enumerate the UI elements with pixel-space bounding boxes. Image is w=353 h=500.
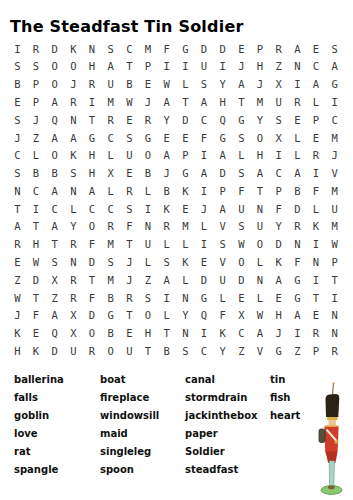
grid-cell-r4c13[interactable]: T	[232, 93, 251, 111]
grid-cell-r2c11[interactable]: U	[195, 58, 214, 76]
grid-cell-r15c9[interactable]: I	[157, 289, 176, 307]
grid-cell-r15c6[interactable]: B	[101, 289, 120, 307]
grid-cell-r10c17[interactable]: L	[307, 200, 326, 218]
grid-cell-r5c1[interactable]: S	[8, 111, 27, 129]
grid-cell-r4c3[interactable]: A	[45, 93, 64, 111]
grid-cell-r17c18[interactable]: N	[325, 324, 344, 342]
grid-cell-r9c14[interactable]: T	[251, 182, 270, 200]
grid-cell-r14c4[interactable]: R	[64, 271, 83, 289]
grid-cell-r3c8[interactable]: E	[139, 76, 158, 94]
grid-cell-r16c1[interactable]: J	[8, 307, 27, 325]
grid-cell-r6c11[interactable]: F	[195, 129, 214, 147]
grid-cell-r2c16[interactable]: N	[288, 58, 307, 76]
grid-cell-r5c18[interactable]: C	[325, 111, 344, 129]
grid-cell-r8c16[interactable]: A	[288, 164, 307, 182]
grid-cell-r9c11[interactable]: I	[195, 182, 214, 200]
grid-cell-r11c12[interactable]: V	[213, 218, 232, 236]
grid-cell-r6c17[interactable]: E	[307, 129, 326, 147]
grid-cell-r12c10[interactable]: L	[176, 236, 195, 254]
grid-cell-r8c15[interactable]: C	[269, 164, 288, 182]
grid-cell-r5c2[interactable]: J	[27, 111, 46, 129]
grid-cell-r12c3[interactable]: T	[45, 236, 64, 254]
grid-cell-r10c13[interactable]: U	[232, 200, 251, 218]
grid-cell-r11c4[interactable]: Y	[64, 218, 83, 236]
grid-cell-r5c13[interactable]: G	[232, 111, 251, 129]
grid-cell-r18c8[interactable]: T	[139, 342, 158, 360]
grid-cell-r11c17[interactable]: K	[307, 218, 326, 236]
grid-cell-r1c9[interactable]: F	[157, 40, 176, 58]
grid-cell-r1c3[interactable]: D	[45, 40, 64, 58]
grid-cell-r2c5[interactable]: H	[83, 58, 102, 76]
grid-cell-r17c10[interactable]: N	[176, 324, 195, 342]
grid-cell-r14c13[interactable]: D	[232, 271, 251, 289]
grid-cell-r16c18[interactable]: N	[325, 307, 344, 325]
grid-cell-r10c8[interactable]: I	[139, 200, 158, 218]
grid-cell-r12c12[interactable]: S	[213, 236, 232, 254]
grid-cell-r1c15[interactable]: R	[269, 40, 288, 58]
grid-cell-r17c14[interactable]: A	[251, 324, 270, 342]
grid-cell-r1c5[interactable]: N	[83, 40, 102, 58]
grid-cell-r13c13[interactable]: O	[232, 253, 251, 271]
grid-cell-r13c17[interactable]: N	[307, 253, 326, 271]
grid-cell-r6c14[interactable]: O	[251, 129, 270, 147]
grid-cell-r15c18[interactable]: I	[325, 289, 344, 307]
grid-cell-r9c12[interactable]: P	[213, 182, 232, 200]
grid-cell-r8c4[interactable]: S	[64, 164, 83, 182]
grid-cell-r8c6[interactable]: X	[101, 164, 120, 182]
grid-cell-r8c3[interactable]: B	[45, 164, 64, 182]
grid-cell-r9c18[interactable]: M	[325, 182, 344, 200]
grid-cell-r1c14[interactable]: P	[251, 40, 270, 58]
grid-cell-r5c7[interactable]: E	[120, 111, 139, 129]
grid-cell-r2c17[interactable]: C	[307, 58, 326, 76]
grid-cell-r17c13[interactable]: C	[232, 324, 251, 342]
grid-cell-r5c6[interactable]: R	[101, 111, 120, 129]
grid-cell-r2c6[interactable]: A	[101, 58, 120, 76]
grid-cell-r4c18[interactable]: I	[325, 93, 344, 111]
grid-cell-r16c7[interactable]: T	[120, 307, 139, 325]
grid-cell-r3c1[interactable]: B	[8, 76, 27, 94]
grid-cell-r1c2[interactable]: R	[27, 40, 46, 58]
grid-cell-r15c7[interactable]: R	[120, 289, 139, 307]
grid-cell-r18c17[interactable]: P	[307, 342, 326, 360]
grid-cell-r4c6[interactable]: M	[101, 93, 120, 111]
grid-cell-r18c18[interactable]: R	[325, 342, 344, 360]
grid-cell-r13c3[interactable]: S	[45, 253, 64, 271]
grid-cell-r4c7[interactable]: W	[120, 93, 139, 111]
grid-cell-r10c18[interactable]: U	[325, 200, 344, 218]
grid-cell-r6c16[interactable]: L	[288, 129, 307, 147]
grid-cell-r13c4[interactable]: N	[64, 253, 83, 271]
grid-cell-r8c10[interactable]: G	[176, 164, 195, 182]
grid-cell-r15c3[interactable]: Z	[45, 289, 64, 307]
grid-cell-r16c15[interactable]: H	[269, 307, 288, 325]
grid-cell-r2c3[interactable]: O	[45, 58, 64, 76]
grid-cell-r1c10[interactable]: G	[176, 40, 195, 58]
grid-cell-r15c1[interactable]: W	[8, 289, 27, 307]
grid-cell-r2c10[interactable]: I	[176, 58, 195, 76]
grid-cell-r1c6[interactable]: S	[101, 40, 120, 58]
grid-cell-r7c15[interactable]: I	[269, 147, 288, 165]
grid-cell-r17c4[interactable]: X	[64, 324, 83, 342]
grid-cell-r17c9[interactable]: T	[157, 324, 176, 342]
grid-cell-r10c6[interactable]: C	[101, 200, 120, 218]
grid-cell-r17c11[interactable]: I	[195, 324, 214, 342]
grid-cell-r12c11[interactable]: I	[195, 236, 214, 254]
grid-cell-r16c13[interactable]: X	[232, 307, 251, 325]
grid-cell-r3c11[interactable]: S	[195, 76, 214, 94]
grid-cell-r9c7[interactable]: R	[120, 182, 139, 200]
grid-cell-r10c14[interactable]: N	[251, 200, 270, 218]
grid-cell-r10c11[interactable]: J	[195, 200, 214, 218]
grid-cell-r8c11[interactable]: A	[195, 164, 214, 182]
grid-cell-r9c8[interactable]: L	[139, 182, 158, 200]
grid-cell-r14c17[interactable]: I	[307, 271, 326, 289]
grid-cell-r18c4[interactable]: U	[64, 342, 83, 360]
grid-cell-r10c2[interactable]: I	[27, 200, 46, 218]
grid-cell-r18c15[interactable]: G	[269, 342, 288, 360]
grid-cell-r7c3[interactable]: O	[45, 147, 64, 165]
grid-cell-r4c8[interactable]: J	[139, 93, 158, 111]
grid-cell-r16c9[interactable]: L	[157, 307, 176, 325]
grid-cell-r15c2[interactable]: T	[27, 289, 46, 307]
grid-cell-r2c2[interactable]: S	[27, 58, 46, 76]
grid-cell-r11c5[interactable]: O	[83, 218, 102, 236]
grid-cell-r10c16[interactable]: D	[288, 200, 307, 218]
grid-cell-r3c16[interactable]: I	[288, 76, 307, 94]
grid-cell-r4c12[interactable]: H	[213, 93, 232, 111]
grid-cell-r17c16[interactable]: I	[288, 324, 307, 342]
grid-cell-r2c13[interactable]: J	[232, 58, 251, 76]
grid-cell-r17c17[interactable]: R	[307, 324, 326, 342]
grid-cell-r18c2[interactable]: K	[27, 342, 46, 360]
grid-cell-r17c1[interactable]: K	[8, 324, 27, 342]
grid-cell-r5c3[interactable]: Q	[45, 111, 64, 129]
grid-cell-r7c5[interactable]: H	[83, 147, 102, 165]
grid-cell-r4c2[interactable]: P	[27, 93, 46, 111]
grid-cell-r3c2[interactable]: P	[27, 76, 46, 94]
grid-cell-r14c6[interactable]: M	[101, 271, 120, 289]
grid-cell-r12c4[interactable]: R	[64, 236, 83, 254]
grid-cell-r18c16[interactable]: Z	[288, 342, 307, 360]
grid-cell-r8c12[interactable]: D	[213, 164, 232, 182]
grid-cell-r6c15[interactable]: X	[269, 129, 288, 147]
grid-cell-r4c16[interactable]: R	[288, 93, 307, 111]
grid-cell-r8c9[interactable]: J	[157, 164, 176, 182]
grid-cell-r17c15[interactable]: J	[269, 324, 288, 342]
grid-cell-r5c17[interactable]: P	[307, 111, 326, 129]
grid-cell-r9c9[interactable]: B	[157, 182, 176, 200]
grid-cell-r7c9[interactable]: A	[157, 147, 176, 165]
grid-cell-r11c1[interactable]: A	[8, 218, 27, 236]
grid-cell-r16c4[interactable]: X	[64, 307, 83, 325]
grid-cell-r11c2[interactable]: T	[27, 218, 46, 236]
grid-cell-r16c2[interactable]: F	[27, 307, 46, 325]
grid-cell-r3c9[interactable]: W	[157, 76, 176, 94]
grid-cell-r11c16[interactable]: R	[288, 218, 307, 236]
grid-cell-r4c17[interactable]: L	[307, 93, 326, 111]
grid-cell-r1c13[interactable]: E	[232, 40, 251, 58]
grid-cell-r11c3[interactable]: A	[45, 218, 64, 236]
grid-cell-r6c6[interactable]: C	[101, 129, 120, 147]
grid-cell-r12c18[interactable]: W	[325, 236, 344, 254]
grid-cell-r14c11[interactable]: D	[195, 271, 214, 289]
grid-cell-r14c16[interactable]: G	[288, 271, 307, 289]
grid-cell-r7c4[interactable]: K	[64, 147, 83, 165]
grid-cell-r7c10[interactable]: P	[176, 147, 195, 165]
grid-cell-r7c12[interactable]: A	[213, 147, 232, 165]
grid-cell-r15c10[interactable]: N	[176, 289, 195, 307]
grid-cell-r18c12[interactable]: Y	[213, 342, 232, 360]
grid-cell-r9c5[interactable]: A	[83, 182, 102, 200]
grid-cell-r14c7[interactable]: J	[120, 271, 139, 289]
grid-cell-r9c17[interactable]: F	[307, 182, 326, 200]
grid-cell-r6c1[interactable]: J	[8, 129, 27, 147]
grid-cell-r9c2[interactable]: C	[27, 182, 46, 200]
grid-cell-r11c8[interactable]: N	[139, 218, 158, 236]
grid-cell-r7c18[interactable]: J	[325, 147, 344, 165]
grid-cell-r14c10[interactable]: L	[176, 271, 195, 289]
grid-cell-r14c14[interactable]: N	[251, 271, 270, 289]
grid-cell-r11c9[interactable]: R	[157, 218, 176, 236]
grid-cell-r9c16[interactable]: B	[288, 182, 307, 200]
grid-cell-r1c1[interactable]: I	[8, 40, 27, 58]
grid-cell-r8c8[interactable]: B	[139, 164, 158, 182]
grid-cell-r6c18[interactable]: M	[325, 129, 344, 147]
grid-cell-r13c18[interactable]: P	[325, 253, 344, 271]
grid-cell-r13c7[interactable]: J	[120, 253, 139, 271]
grid-cell-r14c12[interactable]: U	[213, 271, 232, 289]
grid-cell-r15c11[interactable]: G	[195, 289, 214, 307]
grid-cell-r13c11[interactable]: E	[195, 253, 214, 271]
grid-cell-r3c6[interactable]: U	[101, 76, 120, 94]
grid-cell-r9c1[interactable]: N	[8, 182, 27, 200]
grid-cell-r5c10[interactable]: D	[176, 111, 195, 129]
grid-cell-r3c13[interactable]: A	[232, 76, 251, 94]
grid-cell-r2c12[interactable]: I	[213, 58, 232, 76]
grid-cell-r15c4[interactable]: R	[64, 289, 83, 307]
grid-cell-r4c5[interactable]: I	[83, 93, 102, 111]
grid-cell-r6c8[interactable]: G	[139, 129, 158, 147]
grid-cell-r2c1[interactable]: S	[8, 58, 27, 76]
grid-cell-r4c10[interactable]: T	[176, 93, 195, 111]
grid-cell-r12c7[interactable]: T	[120, 236, 139, 254]
grid-cell-r10c15[interactable]: F	[269, 200, 288, 218]
grid-cell-r13c9[interactable]: S	[157, 253, 176, 271]
grid-cell-r16c6[interactable]: G	[101, 307, 120, 325]
grid-cell-r14c3[interactable]: X	[45, 271, 64, 289]
grid-cell-r12c17[interactable]: I	[307, 236, 326, 254]
grid-cell-r13c2[interactable]: W	[27, 253, 46, 271]
grid-cell-r10c1[interactable]: T	[8, 200, 27, 218]
grid-cell-r13c5[interactable]: D	[83, 253, 102, 271]
grid-cell-r3c14[interactable]: J	[251, 76, 270, 94]
grid-cell-r12c8[interactable]: U	[139, 236, 158, 254]
grid-cell-r13c1[interactable]: E	[8, 253, 27, 271]
grid-cell-r17c7[interactable]: E	[120, 324, 139, 342]
grid-cell-r1c7[interactable]: C	[120, 40, 139, 58]
grid-cell-r14c15[interactable]: A	[269, 271, 288, 289]
grid-cell-r5c15[interactable]: S	[269, 111, 288, 129]
grid-cell-r12c15[interactable]: D	[269, 236, 288, 254]
grid-cell-r1c8[interactable]: M	[139, 40, 158, 58]
grid-cell-r6c12[interactable]: G	[213, 129, 232, 147]
grid-cell-r18c11[interactable]: C	[195, 342, 214, 360]
grid-cell-r16c3[interactable]: A	[45, 307, 64, 325]
grid-cell-r12c2[interactable]: H	[27, 236, 46, 254]
grid-cell-r18c10[interactable]: S	[176, 342, 195, 360]
grid-cell-r18c13[interactable]: Z	[232, 342, 251, 360]
grid-cell-r1c12[interactable]: D	[213, 40, 232, 58]
grid-cell-r8c17[interactable]: I	[307, 164, 326, 182]
grid-cell-r14c1[interactable]: Z	[8, 271, 27, 289]
grid-cell-r9c4[interactable]: N	[64, 182, 83, 200]
grid-cell-r12c14[interactable]: O	[251, 236, 270, 254]
grid-cell-r2c14[interactable]: H	[251, 58, 270, 76]
grid-cell-r7c1[interactable]: C	[8, 147, 27, 165]
grid-cell-r3c15[interactable]: X	[269, 76, 288, 94]
grid-cell-r18c5[interactable]: R	[83, 342, 102, 360]
grid-cell-r15c13[interactable]: E	[232, 289, 251, 307]
grid-cell-r15c15[interactable]: E	[269, 289, 288, 307]
grid-cell-r7c13[interactable]: L	[232, 147, 251, 165]
grid-cell-r3c4[interactable]: J	[64, 76, 83, 94]
grid-cell-r13c10[interactable]: K	[176, 253, 195, 271]
grid-cell-r1c16[interactable]: A	[288, 40, 307, 58]
grid-cell-r13c6[interactable]: S	[101, 253, 120, 271]
grid-cell-r17c12[interactable]: K	[213, 324, 232, 342]
grid-cell-r7c8[interactable]: O	[139, 147, 158, 165]
grid-cell-r12c16[interactable]: N	[288, 236, 307, 254]
grid-cell-r13c16[interactable]: F	[288, 253, 307, 271]
grid-cell-r7c17[interactable]: R	[307, 147, 326, 165]
grid-cell-r12c9[interactable]: L	[157, 236, 176, 254]
grid-cell-r15c8[interactable]: S	[139, 289, 158, 307]
grid-cell-r7c7[interactable]: U	[120, 147, 139, 165]
grid-cell-r16c17[interactable]: E	[307, 307, 326, 325]
grid-cell-r4c4[interactable]: R	[64, 93, 83, 111]
grid-cell-r14c18[interactable]: T	[325, 271, 344, 289]
grid-cell-r18c7[interactable]: U	[120, 342, 139, 360]
grid-cell-r14c9[interactable]: A	[157, 271, 176, 289]
grid-cell-r9c10[interactable]: K	[176, 182, 195, 200]
grid-cell-r16c10[interactable]: Y	[176, 307, 195, 325]
grid-cell-r15c5[interactable]: F	[83, 289, 102, 307]
grid-cell-r17c6[interactable]: B	[101, 324, 120, 342]
grid-cell-r11c7[interactable]: F	[120, 218, 139, 236]
grid-cell-r16c11[interactable]: Q	[195, 307, 214, 325]
grid-cell-r11c15[interactable]: Y	[269, 218, 288, 236]
grid-cell-r9c13[interactable]: F	[232, 182, 251, 200]
grid-cell-r8c13[interactable]: S	[232, 164, 251, 182]
grid-cell-r3c12[interactable]: Y	[213, 76, 232, 94]
grid-cell-r18c14[interactable]: V	[251, 342, 270, 360]
grid-cell-r6c2[interactable]: Z	[27, 129, 46, 147]
grid-cell-r15c17[interactable]: T	[307, 289, 326, 307]
grid-cell-r9c15[interactable]: P	[269, 182, 288, 200]
grid-cell-r4c15[interactable]: U	[269, 93, 288, 111]
grid-cell-r12c1[interactable]: R	[8, 236, 27, 254]
grid-cell-r2c7[interactable]: T	[120, 58, 139, 76]
grid-cell-r17c3[interactable]: Q	[45, 324, 64, 342]
grid-cell-r6c13[interactable]: S	[232, 129, 251, 147]
grid-cell-r13c8[interactable]: L	[139, 253, 158, 271]
grid-cell-r8c5[interactable]: H	[83, 164, 102, 182]
grid-cell-r14c2[interactable]: D	[27, 271, 46, 289]
grid-cell-r13c14[interactable]: L	[251, 253, 270, 271]
grid-cell-r6c5[interactable]: G	[83, 129, 102, 147]
grid-cell-r2c15[interactable]: Z	[269, 58, 288, 76]
grid-cell-r5c11[interactable]: C	[195, 111, 214, 129]
grid-cell-r11c13[interactable]: S	[232, 218, 251, 236]
grid-cell-r14c8[interactable]: Z	[139, 271, 158, 289]
grid-cell-r5c14[interactable]: Y	[251, 111, 270, 129]
grid-cell-r3c7[interactable]: B	[120, 76, 139, 94]
grid-cell-r13c12[interactable]: V	[213, 253, 232, 271]
grid-cell-r8c1[interactable]: S	[8, 164, 27, 182]
grid-cell-r12c6[interactable]: M	[101, 236, 120, 254]
grid-cell-r9c6[interactable]: L	[101, 182, 120, 200]
grid-cell-r16c8[interactable]: O	[139, 307, 158, 325]
grid-cell-r16c14[interactable]: W	[251, 307, 270, 325]
grid-cell-r11c14[interactable]: U	[251, 218, 270, 236]
grid-cell-r10c10[interactable]: E	[176, 200, 195, 218]
grid-cell-r17c5[interactable]: O	[83, 324, 102, 342]
grid-cell-r3c5[interactable]: R	[83, 76, 102, 94]
grid-cell-r10c9[interactable]: K	[157, 200, 176, 218]
grid-cell-r11c18[interactable]: M	[325, 218, 344, 236]
grid-cell-r9c3[interactable]: A	[45, 182, 64, 200]
grid-cell-r5c8[interactable]: R	[139, 111, 158, 129]
grid-cell-r6c9[interactable]: E	[157, 129, 176, 147]
grid-cell-r2c8[interactable]: P	[139, 58, 158, 76]
grid-cell-r7c6[interactable]: L	[101, 147, 120, 165]
grid-cell-r12c5[interactable]: F	[83, 236, 102, 254]
grid-cell-r15c14[interactable]: L	[251, 289, 270, 307]
grid-cell-r18c1[interactable]: H	[8, 342, 27, 360]
grid-cell-r5c5[interactable]: T	[83, 111, 102, 129]
grid-cell-r6c7[interactable]: S	[120, 129, 139, 147]
grid-cell-r7c14[interactable]: H	[251, 147, 270, 165]
grid-cell-r1c17[interactable]: E	[307, 40, 326, 58]
grid-cell-r8c7[interactable]: E	[120, 164, 139, 182]
grid-cell-r7c2[interactable]: L	[27, 147, 46, 165]
grid-cell-r3c10[interactable]: L	[176, 76, 195, 94]
grid-cell-r1c4[interactable]: K	[64, 40, 83, 58]
grid-cell-r4c11[interactable]: A	[195, 93, 214, 111]
grid-cell-r2c18[interactable]: A	[325, 58, 344, 76]
grid-cell-r18c9[interactable]: B	[157, 342, 176, 360]
grid-cell-r10c7[interactable]: S	[120, 200, 139, 218]
grid-cell-r6c3[interactable]: A	[45, 129, 64, 147]
grid-cell-r4c9[interactable]: A	[157, 93, 176, 111]
grid-cell-r7c16[interactable]: L	[288, 147, 307, 165]
grid-cell-r5c9[interactable]: Y	[157, 111, 176, 129]
grid-cell-r2c9[interactable]: I	[157, 58, 176, 76]
grid-cell-r8c14[interactable]: A	[251, 164, 270, 182]
grid-cell-r4c1[interactable]: E	[8, 93, 27, 111]
grid-cell-r10c12[interactable]: A	[213, 200, 232, 218]
grid-cell-r1c18[interactable]: S	[325, 40, 344, 58]
grid-cell-r17c2[interactable]: E	[27, 324, 46, 342]
grid-cell-r11c6[interactable]: R	[101, 218, 120, 236]
grid-cell-r10c3[interactable]: C	[45, 200, 64, 218]
grid-cell-r18c6[interactable]: O	[101, 342, 120, 360]
grid-cell-r15c12[interactable]: L	[213, 289, 232, 307]
grid-cell-r4c14[interactable]: M	[251, 93, 270, 111]
grid-cell-r3c17[interactable]: A	[307, 76, 326, 94]
grid-cell-r11c10[interactable]: M	[176, 218, 195, 236]
